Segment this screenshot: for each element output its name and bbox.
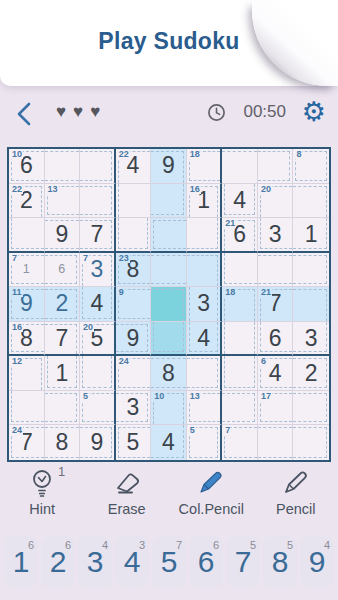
settings-button[interactable]: ⚙ xyxy=(302,94,326,130)
cage-sum: 21 xyxy=(260,287,272,297)
cell-r6c6[interactable]: 4 xyxy=(187,322,223,357)
cage-border xyxy=(258,151,291,181)
cage-border xyxy=(187,255,219,287)
digit-given: 3 xyxy=(269,223,282,246)
cage-sum: 7 xyxy=(82,253,89,263)
cage-sum: 23 xyxy=(118,253,130,263)
remaining-count: 6 xyxy=(28,539,34,551)
cell-r8c6[interactable]: 13 xyxy=(187,391,223,426)
cage-border xyxy=(82,356,112,388)
cell-r8c9[interactable] xyxy=(293,391,329,426)
cage-sum: 20 xyxy=(260,184,272,194)
cage-sum: 24 xyxy=(11,425,23,435)
cell-r5c3[interactable]: 4 xyxy=(80,287,116,322)
remaining-count: 5 xyxy=(250,539,256,551)
digit-given: 4 xyxy=(233,189,246,212)
digit-user: 3 xyxy=(90,258,103,281)
heart-icon: ♥ xyxy=(90,102,107,121)
digit-given: 8 xyxy=(162,362,175,385)
cell-r3c2[interactable]: 9 xyxy=(45,218,81,253)
cell-r4c1[interactable]: 71 xyxy=(9,253,45,288)
cell-r5c8[interactable]: 217 xyxy=(258,287,294,322)
cage-sum: 17 xyxy=(260,391,272,401)
cell-r6c4[interactable]: 9 xyxy=(116,322,152,357)
cage-border xyxy=(45,393,78,423)
cell-r3c5[interactable] xyxy=(151,218,187,253)
cage-border xyxy=(151,289,184,321)
cell-r4c4[interactable]: 238 xyxy=(116,253,152,288)
cell-r4c9[interactable] xyxy=(293,253,329,288)
cell-r2c7[interactable]: 4 xyxy=(222,184,258,219)
cage-sum: 16 xyxy=(11,322,23,332)
gear-icon: ⚙ xyxy=(302,97,326,127)
cage-border xyxy=(224,322,255,355)
cell-r4c6[interactable] xyxy=(187,253,223,288)
numpad-digit: 2 xyxy=(50,547,67,577)
timer: 00:50 xyxy=(243,102,286,122)
cage-sum: 22 xyxy=(118,149,130,159)
cage-sum: 8 xyxy=(295,149,302,159)
lightbulb-icon xyxy=(29,468,55,498)
cell-r3c7[interactable]: 216 xyxy=(222,218,258,253)
numpad-2[interactable]: 62 xyxy=(41,536,75,588)
digit-given: 5 xyxy=(127,431,140,454)
cell-r2c1[interactable]: 222 xyxy=(9,184,45,219)
cell-r1c2[interactable] xyxy=(45,149,81,184)
cell-r9c4[interactable]: 5 xyxy=(116,425,152,460)
cage-border xyxy=(45,151,80,181)
remaining-count: 6 xyxy=(213,539,219,551)
cage-sum: 10 xyxy=(153,391,165,401)
cage-border xyxy=(258,255,293,285)
cell-r6c7[interactable] xyxy=(222,322,258,357)
remaining-count: 4 xyxy=(102,539,108,551)
cell-r1c7[interactable] xyxy=(222,149,258,184)
digit-given: 9 xyxy=(55,223,68,246)
digit-given: 4 xyxy=(90,292,103,315)
cell-r5c9[interactable] xyxy=(293,287,329,322)
digit-given: 4 xyxy=(269,362,282,385)
numpad-digit: 1 xyxy=(13,547,30,577)
cage-border xyxy=(293,427,327,458)
numpad-digit: 9 xyxy=(309,547,326,577)
cell-r1c8[interactable] xyxy=(258,149,294,184)
digit-given: 7 xyxy=(90,223,103,246)
cell-r1c5[interactable]: 9 xyxy=(151,149,187,184)
digit-given: 2 xyxy=(305,362,318,385)
back-button[interactable] xyxy=(12,100,38,128)
cell-r7c9[interactable]: 2 xyxy=(293,356,329,391)
cage-border xyxy=(153,322,184,353)
color-pencil-label: Col.Pencil xyxy=(179,501,244,517)
cage-sum: 16 xyxy=(189,184,201,194)
pencil-label: Pencil xyxy=(276,501,316,517)
color-pencil-button[interactable]: Col.Pencil xyxy=(169,468,254,530)
cell-r4c8[interactable] xyxy=(258,253,294,288)
cell-r6c9[interactable]: 3 xyxy=(293,322,329,357)
cell-r7c6[interactable] xyxy=(187,356,223,391)
numpad-1[interactable]: 61 xyxy=(4,536,38,588)
cage-sum: 9 xyxy=(118,287,125,297)
erase-button[interactable]: Erase xyxy=(85,468,170,530)
cell-r7c5[interactable]: 8 xyxy=(151,356,187,391)
cage-sum: 20 xyxy=(82,322,94,332)
cell-r6c8[interactable]: 6 xyxy=(258,322,294,357)
chevron-left-icon xyxy=(12,100,38,128)
cell-r3c3[interactable]: 7 xyxy=(80,218,116,253)
remaining-count: 7 xyxy=(176,539,182,551)
cage-sum: 18 xyxy=(224,287,236,297)
numpad-3[interactable]: 43 xyxy=(78,536,112,588)
cage-border xyxy=(224,356,255,388)
cage-border xyxy=(187,218,219,249)
cell-r6c1[interactable]: 168 xyxy=(9,322,45,357)
cage-border xyxy=(153,220,186,249)
cage-sum: 22 xyxy=(11,184,23,194)
remaining-count: 3 xyxy=(139,539,145,551)
cell-r9c2[interactable]: 8 xyxy=(45,425,81,460)
hint-button[interactable]: 1 Hint xyxy=(0,468,85,530)
cell-r7c7[interactable] xyxy=(222,356,258,391)
cage-border xyxy=(118,184,151,218)
remaining-count: 6 xyxy=(65,539,71,551)
numpad-5[interactable]: 75 xyxy=(152,536,186,588)
numpad-digit: 8 xyxy=(272,547,289,577)
cell-r4c2[interactable]: 6 xyxy=(45,253,81,288)
header-card: Play Sudoku xyxy=(0,0,338,86)
digit-given: 4 xyxy=(197,327,210,350)
cage-border xyxy=(224,253,257,285)
cell-r5c7[interactable]: 18 xyxy=(222,287,258,322)
cell-r2c9[interactable] xyxy=(293,184,329,219)
numpad-8[interactable]: 58 xyxy=(263,536,297,588)
cell-r4c7[interactable] xyxy=(222,253,258,288)
cell-r8c3[interactable]: 5 xyxy=(80,391,116,426)
cell-r7c1[interactable]: 12 xyxy=(9,356,45,391)
cell-r7c3[interactable] xyxy=(80,356,116,391)
cell-r2c8[interactable]: 20 xyxy=(258,184,294,219)
cage-sum: 13 xyxy=(189,391,201,401)
cage-border xyxy=(258,427,293,458)
cell-r4c5[interactable] xyxy=(151,253,187,288)
digit-given: 4 xyxy=(162,431,175,454)
cell-r3c9[interactable]: 1 xyxy=(293,218,329,253)
cell-r6c3[interactable]: 205 xyxy=(80,322,116,357)
cell-r2c6[interactable]: 161 xyxy=(187,184,223,219)
cell-r9c9[interactable] xyxy=(293,425,329,460)
cell-r7c4[interactable]: 24 xyxy=(116,356,152,391)
sudoku-board: 1062249188222131614209721631716732381192… xyxy=(7,147,331,462)
cage-border xyxy=(222,151,257,183)
pencil-marks: 6 xyxy=(58,262,65,276)
cage-sum: 18 xyxy=(189,149,201,159)
cell-r3c8[interactable]: 3 xyxy=(258,218,294,253)
cell-r5c4[interactable]: 9 xyxy=(116,287,152,322)
numpad-digit: 5 xyxy=(161,547,178,577)
heart-icon: ♥ xyxy=(56,102,73,121)
cage-sum: 12 xyxy=(11,356,23,366)
digit-given: 9 xyxy=(162,154,175,177)
cell-r7c2[interactable]: 1 xyxy=(45,356,81,391)
status-bar: ♥♥♥ 00:50 ⚙ xyxy=(0,86,338,142)
digit-given: 1 xyxy=(55,362,68,385)
digit-given: 7 xyxy=(55,327,68,350)
cage-border xyxy=(118,218,149,249)
cage-sum: 5 xyxy=(82,391,89,401)
cell-r8c5[interactable]: 10 xyxy=(151,391,187,426)
cage-border xyxy=(151,255,186,285)
cell-r8c2[interactable] xyxy=(45,391,81,426)
color-pencil-icon xyxy=(196,469,226,497)
digit-given: 8 xyxy=(55,431,68,454)
digit-user: 2 xyxy=(55,292,68,315)
cage-border xyxy=(151,184,184,216)
cell-r1c3[interactable] xyxy=(80,149,116,184)
cell-r8c1[interactable] xyxy=(9,391,45,426)
cell-r4c3[interactable]: 73 xyxy=(80,253,116,288)
digit-given: 9 xyxy=(127,327,140,350)
cell-r1c9[interactable]: 8 xyxy=(293,149,329,184)
cage-border xyxy=(80,186,112,216)
digit-given: 1 xyxy=(305,223,318,246)
cell-r9c7[interactable]: 7 xyxy=(222,425,258,460)
number-pad: 616243347566575849 xyxy=(4,536,334,588)
digit-given: 3 xyxy=(305,327,318,350)
cell-r1c1[interactable]: 106 xyxy=(9,149,45,184)
pencil-button[interactable]: Pencil xyxy=(254,468,338,530)
numpad-digit: 6 xyxy=(198,547,215,577)
cage-sum: 21 xyxy=(224,218,236,228)
cell-r2c4[interactable] xyxy=(116,184,152,219)
lives-hearts: ♥♥♥ xyxy=(56,102,107,122)
cell-r6c5[interactable] xyxy=(151,322,187,357)
cage-sum: 11 xyxy=(11,287,23,297)
hint-count-badge: 1 xyxy=(58,464,65,479)
cage-sum: 10 xyxy=(11,149,23,159)
cage-border xyxy=(11,218,44,249)
numpad-9[interactable]: 49 xyxy=(300,536,334,588)
cage-border xyxy=(293,186,327,218)
cell-r6c2[interactable]: 7 xyxy=(45,322,81,357)
clock-icon xyxy=(207,103,226,122)
cell-r7c8[interactable]: 64 xyxy=(258,356,294,391)
numpad-digit: 7 xyxy=(235,547,252,577)
digit-given: 9 xyxy=(90,431,103,454)
cell-r5c1[interactable]: 119 xyxy=(9,287,45,322)
digit-given: 3 xyxy=(127,396,140,419)
cell-r9c3[interactable]: 9 xyxy=(80,425,116,460)
cell-r2c2[interactable]: 13 xyxy=(45,184,81,219)
numpad-4[interactable]: 34 xyxy=(115,536,149,588)
cage-border xyxy=(293,289,327,321)
cell-r8c8[interactable]: 17 xyxy=(258,391,294,426)
digit-given: 6 xyxy=(269,327,282,350)
cage-border xyxy=(293,255,327,285)
cage-sum: 13 xyxy=(47,184,59,194)
cage-border xyxy=(222,393,255,423)
numpad-6[interactable]: 66 xyxy=(189,536,223,588)
tool-bar: 1 Hint Erase Col.Pencil Pencil xyxy=(0,468,338,530)
remaining-count: 4 xyxy=(324,539,330,551)
cage-sum: 24 xyxy=(118,356,130,366)
cage-border xyxy=(80,151,112,181)
pencil-icon xyxy=(281,469,311,497)
digit-given: 3 xyxy=(197,292,210,315)
cell-r8c4[interactable]: 3 xyxy=(116,391,152,426)
cell-r3c6[interactable] xyxy=(187,218,223,253)
cage-border xyxy=(187,358,219,388)
cell-r5c2[interactable]: 2 xyxy=(45,287,81,322)
cell-r9c8[interactable] xyxy=(258,425,294,460)
cell-r8c7[interactable] xyxy=(222,391,258,426)
numpad-digit: 3 xyxy=(87,547,104,577)
cell-r3c1[interactable] xyxy=(9,218,45,253)
cell-r9c1[interactable]: 247 xyxy=(9,425,45,460)
cell-r9c5[interactable]: 4 xyxy=(151,425,187,460)
cell-r3c4[interactable] xyxy=(116,218,152,253)
heart-icon: ♥ xyxy=(73,102,90,121)
cell-r5c6[interactable]: 3 xyxy=(187,287,223,322)
numpad-digit: 4 xyxy=(124,547,141,577)
cell-r1c6[interactable]: 18 xyxy=(187,149,223,184)
cell-r9c6[interactable]: 5 xyxy=(187,425,223,460)
cage-sum: 5 xyxy=(189,425,196,435)
remaining-count: 5 xyxy=(287,539,293,551)
eraser-icon xyxy=(112,469,142,497)
cage-border xyxy=(11,391,44,423)
pencil-marks: 1 xyxy=(23,262,30,276)
numpad-7[interactable]: 57 xyxy=(226,536,260,588)
erase-label: Erase xyxy=(108,501,146,517)
cell-r2c3[interactable] xyxy=(80,184,116,219)
cage-sum: 7 xyxy=(224,425,231,435)
hint-label: Hint xyxy=(29,501,55,517)
cell-r5c5[interactable] xyxy=(151,287,187,322)
cage-border xyxy=(293,393,327,423)
cage-sum: 7 xyxy=(11,253,18,263)
cage-sum: 6 xyxy=(260,356,267,366)
cell-r1c4[interactable]: 224 xyxy=(116,149,152,184)
cell-r2c5[interactable] xyxy=(151,184,187,219)
